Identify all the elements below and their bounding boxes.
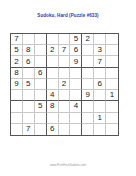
cell-r5c1: 9 xyxy=(11,79,23,90)
cell-r6c4: 4 xyxy=(47,90,59,101)
cell-r3c8: 7 xyxy=(94,56,106,67)
cell-r1c4 xyxy=(47,34,59,45)
cell-r3c2: 6 xyxy=(23,56,35,67)
cell-r9c9 xyxy=(106,124,118,135)
cell-r9c3 xyxy=(35,124,47,135)
cell-r4c9 xyxy=(106,68,118,79)
cell-r3c4 xyxy=(47,56,59,67)
cell-r1c5 xyxy=(59,34,71,45)
cell-r5c9 xyxy=(106,79,118,90)
cell-r9c8 xyxy=(94,124,106,135)
cell-r2c6: 6 xyxy=(70,45,82,56)
cell-r1c7: 2 xyxy=(82,34,94,45)
cell-r1c9 xyxy=(106,34,118,45)
cell-r7c3: 5 xyxy=(35,101,47,112)
cell-r4c2 xyxy=(23,68,35,79)
cell-r8c8: 1 xyxy=(94,113,106,124)
cell-r4c4 xyxy=(47,68,59,79)
footer-url: www.PrintFreeSudoku.com xyxy=(0,163,136,167)
cell-r5c6 xyxy=(70,79,82,90)
cell-r2c9 xyxy=(106,45,118,56)
cell-r5c2: 5 xyxy=(23,79,35,90)
cell-r3c6: 9 xyxy=(70,56,82,67)
cell-r6c6 xyxy=(70,90,82,101)
cell-r1c3 xyxy=(35,34,47,45)
cell-r9c7 xyxy=(82,124,94,135)
cell-r8c1 xyxy=(11,113,23,124)
cell-r3c5 xyxy=(59,56,71,67)
cell-r2c3 xyxy=(35,45,47,56)
cell-r3c3 xyxy=(35,56,47,67)
cell-r8c3 xyxy=(35,113,47,124)
cell-r3c1: 2 xyxy=(11,56,23,67)
cell-r5c8: 6 xyxy=(94,79,106,90)
cell-r4c7 xyxy=(82,68,94,79)
cell-r5c4 xyxy=(47,79,59,90)
cell-r6c5 xyxy=(59,90,71,101)
cell-r7c4: 8 xyxy=(47,101,59,112)
cell-r4c5 xyxy=(59,68,71,79)
cell-r6c9: 1 xyxy=(106,90,118,101)
cell-r1c8 xyxy=(94,34,106,45)
cell-r9c1 xyxy=(11,124,23,135)
cell-r8c7 xyxy=(82,113,94,124)
cell-r5c7 xyxy=(82,79,94,90)
cell-r6c8 xyxy=(94,90,106,101)
cell-r8c2 xyxy=(23,113,35,124)
cell-r7c9 xyxy=(106,101,118,112)
cell-r7c6: 4 xyxy=(70,101,82,112)
cell-r6c7: 9 xyxy=(82,90,94,101)
cell-r8c5 xyxy=(59,113,71,124)
cell-r1c2 xyxy=(23,34,35,45)
cell-r4c1: 8 xyxy=(11,68,23,79)
cell-r6c2 xyxy=(23,90,35,101)
cell-r8c6 xyxy=(70,113,82,124)
cell-r4c3: 6 xyxy=(35,68,47,79)
cell-r8c4 xyxy=(47,113,59,124)
sudoku-board: 7525827632697869526491584176 xyxy=(10,33,119,136)
cell-r9c6 xyxy=(70,124,82,135)
cell-r2c7 xyxy=(82,45,94,56)
cell-r9c4: 6 xyxy=(47,124,59,135)
cell-r7c1 xyxy=(11,101,23,112)
cell-r6c1 xyxy=(11,90,23,101)
cell-r1c1: 7 xyxy=(11,34,23,45)
cell-r9c5 xyxy=(59,124,71,135)
cell-r1c6: 5 xyxy=(70,34,82,45)
page-title: Sudoku, Hard (Puzzle #633) xyxy=(0,13,136,18)
cell-r5c3 xyxy=(35,79,47,90)
cell-r3c9 xyxy=(106,56,118,67)
cell-r4c8 xyxy=(94,68,106,79)
cell-r7c8 xyxy=(94,101,106,112)
cell-r6c3 xyxy=(35,90,47,101)
cell-r5c5: 2 xyxy=(59,79,71,90)
cell-r2c2: 8 xyxy=(23,45,35,56)
sudoku-page: { "game": "sudoku", "position": "7....52… xyxy=(0,0,136,176)
cell-r4c6 xyxy=(70,68,82,79)
cell-r7c5 xyxy=(59,101,71,112)
cell-r2c4: 2 xyxy=(47,45,59,56)
cell-r8c9 xyxy=(106,113,118,124)
cell-r2c1: 5 xyxy=(11,45,23,56)
cell-r9c2: 7 xyxy=(23,124,35,135)
cell-r7c7 xyxy=(82,101,94,112)
cell-r2c5: 7 xyxy=(59,45,71,56)
cell-r2c8: 3 xyxy=(94,45,106,56)
cell-r3c7 xyxy=(82,56,94,67)
cell-r7c2 xyxy=(23,101,35,112)
